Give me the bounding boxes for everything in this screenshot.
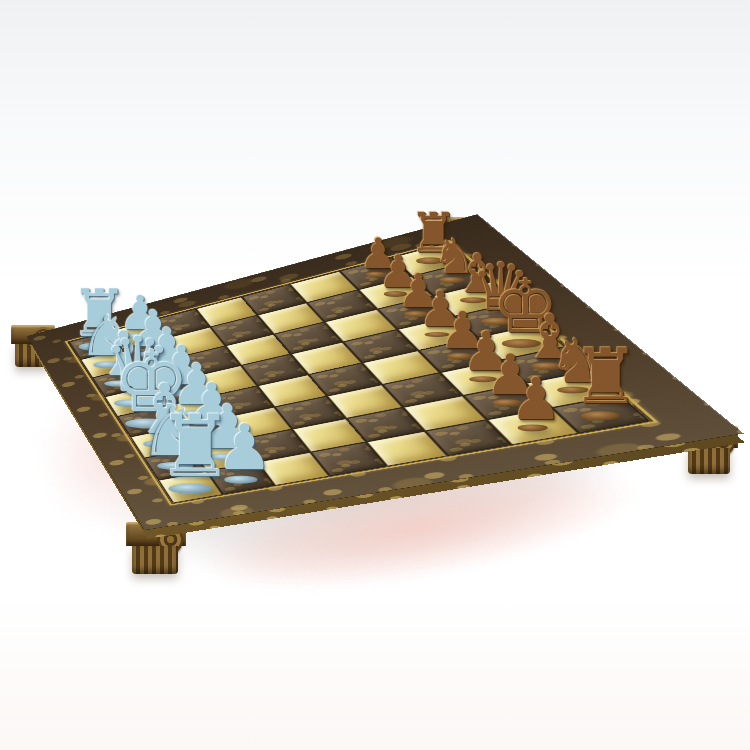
chess-set-photo: ♜♞♝♛♚♝♞♜♟♟♟♟♟♟♟♟♟♟♟♟♟♟♟♟♜♞♝♛♚♝♞♜ (0, 0, 750, 750)
foot-fluting (688, 448, 731, 474)
foot-fluting (132, 546, 178, 574)
